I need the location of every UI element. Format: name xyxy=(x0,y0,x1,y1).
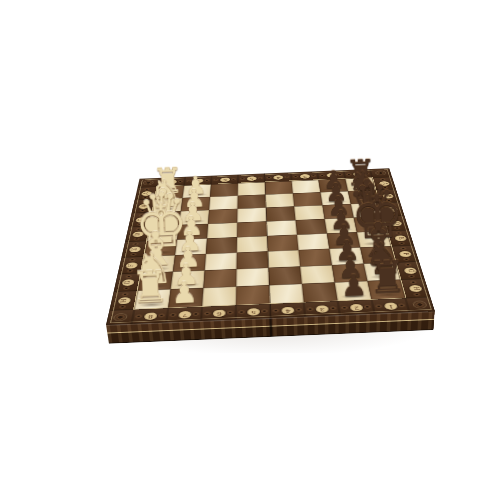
board-grid: 87654321A♜♟♟♜AB♞♟♟♞BC♝♟♟♝CD♛♟♟♛DE♚♟♟♚EF♝… xyxy=(106,168,435,325)
frame-bottom-5: 3 xyxy=(304,301,340,317)
square-e4[interactable] xyxy=(237,236,268,253)
square-e5[interactable] xyxy=(267,235,299,252)
frame-bottom-6: 2 xyxy=(338,300,375,316)
frame-bottom-7: 1 xyxy=(372,298,410,314)
frame-corner-bottom-right xyxy=(405,297,434,312)
frame-bottom-2: 6 xyxy=(201,305,236,321)
frame-bottom-1: 7 xyxy=(166,307,202,323)
square-c4[interactable] xyxy=(237,208,266,223)
coordinate-medallion: 4 xyxy=(281,306,294,314)
coordinate-medallion: 7 xyxy=(178,311,191,319)
coordinate-medallion: 4 xyxy=(273,175,283,180)
coordinate-medallion: 6 xyxy=(212,309,225,317)
square-f5[interactable] xyxy=(268,250,300,268)
frame-bottom-3: 5 xyxy=(236,304,271,320)
frame-bottom-0: 8 xyxy=(132,308,169,324)
square-g5[interactable] xyxy=(268,266,302,285)
square-c5[interactable] xyxy=(266,206,296,221)
square-f4[interactable] xyxy=(237,251,269,269)
board-rotation-wrapper: 87654321A♜♟♟♜AB♞♟♟♞BC♝♟♟♝CD♛♟♟♛DE♚♟♟♚EF♝… xyxy=(119,88,415,384)
white-pawn[interactable]: ♟ xyxy=(158,277,211,309)
frame-corner-bottom-left xyxy=(106,309,134,325)
coordinate-medallion: 2 xyxy=(349,303,363,311)
square-d5[interactable] xyxy=(266,220,297,236)
square-a5[interactable] xyxy=(265,181,293,194)
square-h8[interactable]: ♜ xyxy=(368,280,406,300)
chess-board: 87654321A♜♟♟♜AB♞♟♟♞BC♝♟♟♝CD♛♟♟♛DE♚♟♟♚EF♝… xyxy=(106,168,435,325)
square-g4[interactable] xyxy=(236,268,269,287)
square-d4[interactable] xyxy=(237,221,267,237)
frame-bottom-4: 4 xyxy=(270,302,305,318)
coordinate-medallion: 3 xyxy=(315,305,329,313)
square-h5[interactable] xyxy=(269,284,304,304)
square-a4[interactable] xyxy=(238,182,266,196)
square-b4[interactable] xyxy=(237,195,265,209)
square-h2[interactable]: ♟ xyxy=(168,288,203,308)
coordinate-medallion: 5 xyxy=(247,308,260,316)
square-h4[interactable] xyxy=(236,285,270,305)
coordinate-medallion: 6 xyxy=(220,177,230,182)
coordinate-medallion: 8 xyxy=(143,312,157,320)
coordinate-medallion: 5 xyxy=(246,176,256,181)
chess-set-product-photo: 87654321A♜♟♟♜AB♞♟♟♞BC♝♟♟♝CD♛♟♟♛DE♚♟♟♚EF♝… xyxy=(0,0,500,500)
coordinate-medallion: 3 xyxy=(299,174,309,179)
coordinate-medallion: 1 xyxy=(383,302,397,310)
black-rook[interactable]: ♜ xyxy=(361,255,415,300)
square-b5[interactable] xyxy=(265,193,294,207)
